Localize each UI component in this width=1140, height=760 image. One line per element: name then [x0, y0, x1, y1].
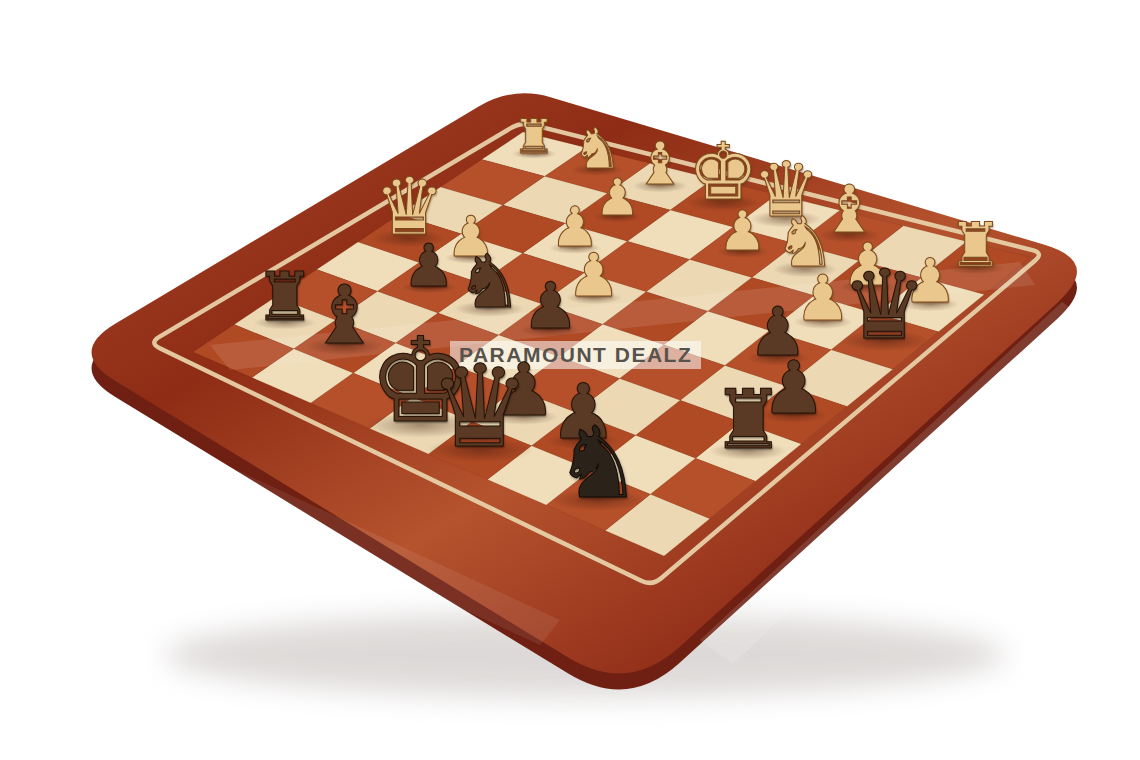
- knight-glyph: ♞: [554, 413, 643, 512]
- queen-glyph: ♛: [429, 350, 531, 464]
- rook-glyph: ♜: [513, 112, 555, 159]
- knight-glyph: ♞: [456, 244, 522, 318]
- rook-glyph: ♜: [711, 379, 785, 461]
- queen-glyph: ♛: [842, 257, 928, 353]
- rook-glyph: ♜: [255, 264, 315, 331]
- pawn-glyph: ♟: [402, 236, 455, 295]
- pawn-glyph: ♟: [522, 274, 579, 338]
- pawn-glyph: ♟: [595, 172, 641, 223]
- bishop-glyph: ♝: [634, 134, 687, 193]
- pawn-glyph: ♟: [718, 203, 767, 258]
- chess-product-photo: PARAMOUNT DEALZ ♜♞♝♚♟♛♝♛♟♟♟♜♞♟♟♟♟♞♟♜♟♛♝♟…: [0, 0, 1140, 760]
